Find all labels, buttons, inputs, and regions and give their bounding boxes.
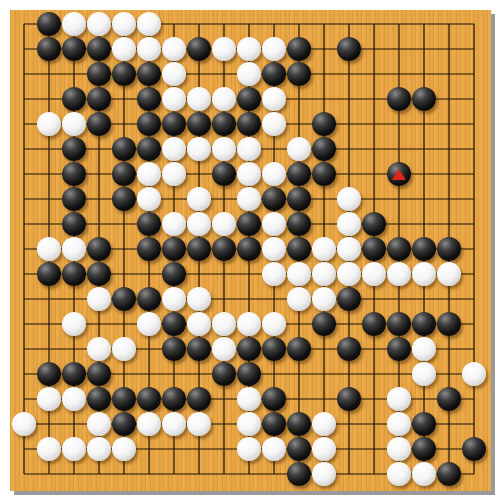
last-move-marker-icon xyxy=(392,169,406,180)
black-stone xyxy=(337,387,361,411)
black-stone xyxy=(112,62,136,86)
black-stone xyxy=(287,462,311,486)
black-stone xyxy=(162,237,186,261)
page-background: { "game": "go", "board_size": 19, "style… xyxy=(0,0,500,500)
black-stone xyxy=(287,437,311,461)
black-stone xyxy=(137,287,161,311)
white-stone xyxy=(287,137,311,161)
black-stone xyxy=(137,87,161,111)
white-stone xyxy=(137,162,161,186)
black-stone xyxy=(212,237,236,261)
white-stone xyxy=(212,312,236,336)
black-stone xyxy=(212,112,236,136)
white-stone xyxy=(237,62,261,86)
black-stone xyxy=(287,337,311,361)
white-stone xyxy=(237,162,261,186)
white-stone xyxy=(212,37,236,61)
white-stone xyxy=(87,412,111,436)
black-stone xyxy=(237,362,261,386)
white-stone xyxy=(37,437,61,461)
black-stone xyxy=(262,412,286,436)
white-stone xyxy=(187,412,211,436)
white-stone xyxy=(312,437,336,461)
black-stone xyxy=(437,312,461,336)
white-stone xyxy=(162,62,186,86)
black-stone xyxy=(287,37,311,61)
white-stone xyxy=(262,237,286,261)
black-stone xyxy=(37,12,61,36)
black-stone xyxy=(412,87,436,111)
black-stone xyxy=(362,212,386,236)
black-stone xyxy=(187,37,211,61)
white-stone xyxy=(262,37,286,61)
white-stone xyxy=(187,137,211,161)
white-stone xyxy=(162,162,186,186)
black-stone xyxy=(312,112,336,136)
white-stone xyxy=(87,437,111,461)
white-stone xyxy=(237,387,261,411)
white-stone xyxy=(262,212,286,236)
white-stone xyxy=(287,262,311,286)
black-stone xyxy=(37,37,61,61)
white-stone xyxy=(137,412,161,436)
black-stone xyxy=(187,337,211,361)
white-stone xyxy=(237,137,261,161)
white-stone xyxy=(62,237,86,261)
black-stone xyxy=(187,387,211,411)
white-stone xyxy=(337,212,361,236)
white-stone xyxy=(62,12,86,36)
black-stone xyxy=(112,387,136,411)
black-stone xyxy=(387,237,411,261)
black-stone xyxy=(412,437,436,461)
go-board[interactable] xyxy=(10,10,491,491)
white-stone xyxy=(237,312,261,336)
black-stone xyxy=(62,87,86,111)
white-stone xyxy=(187,87,211,111)
white-stone xyxy=(337,187,361,211)
black-stone xyxy=(162,312,186,336)
black-stone xyxy=(337,37,361,61)
black-stone xyxy=(287,212,311,236)
black-stone xyxy=(62,362,86,386)
black-stone xyxy=(412,237,436,261)
black-stone xyxy=(187,237,211,261)
black-stone xyxy=(162,337,186,361)
white-stone xyxy=(112,37,136,61)
white-stone xyxy=(87,287,111,311)
black-stone xyxy=(62,162,86,186)
black-stone xyxy=(437,462,461,486)
black-stone xyxy=(287,237,311,261)
black-stone xyxy=(212,362,236,386)
white-stone xyxy=(462,362,486,386)
black-stone xyxy=(312,162,336,186)
white-stone xyxy=(162,87,186,111)
white-stone xyxy=(237,37,261,61)
black-stone xyxy=(337,337,361,361)
black-stone xyxy=(312,312,336,336)
black-stone xyxy=(287,62,311,86)
black-stone xyxy=(112,162,136,186)
black-stone xyxy=(362,237,386,261)
white-stone xyxy=(37,387,61,411)
white-stone xyxy=(187,287,211,311)
white-stone xyxy=(112,337,136,361)
black-stone xyxy=(262,62,286,86)
black-stone xyxy=(87,387,111,411)
black-stone xyxy=(137,137,161,161)
black-stone xyxy=(62,37,86,61)
white-stone xyxy=(237,187,261,211)
black-stone xyxy=(237,237,261,261)
black-stone xyxy=(287,412,311,436)
white-stone xyxy=(262,112,286,136)
black-stone xyxy=(262,387,286,411)
white-stone xyxy=(337,237,361,261)
white-stone xyxy=(162,412,186,436)
black-stone xyxy=(137,237,161,261)
black-stone xyxy=(62,187,86,211)
white-stone xyxy=(62,312,86,336)
black-stone xyxy=(162,387,186,411)
black-stone xyxy=(112,187,136,211)
black-stone xyxy=(462,437,486,461)
black-stone xyxy=(87,262,111,286)
white-stone xyxy=(87,337,111,361)
white-stone xyxy=(237,412,261,436)
black-stone xyxy=(137,212,161,236)
black-stone xyxy=(62,262,86,286)
white-stone xyxy=(137,187,161,211)
black-stone xyxy=(112,287,136,311)
white-stone xyxy=(387,437,411,461)
black-stone xyxy=(312,137,336,161)
black-stone xyxy=(37,262,61,286)
white-stone xyxy=(112,437,136,461)
white-stone xyxy=(212,337,236,361)
white-stone xyxy=(137,37,161,61)
black-stone xyxy=(162,262,186,286)
white-stone xyxy=(37,112,61,136)
white-stone xyxy=(312,287,336,311)
white-stone xyxy=(62,112,86,136)
black-stone xyxy=(387,312,411,336)
black-stone xyxy=(87,362,111,386)
white-stone xyxy=(262,87,286,111)
white-stone xyxy=(412,362,436,386)
white-stone xyxy=(412,462,436,486)
white-stone xyxy=(187,212,211,236)
black-stone xyxy=(437,237,461,261)
black-stone xyxy=(62,212,86,236)
white-stone xyxy=(437,262,461,286)
white-stone xyxy=(387,412,411,436)
black-stone xyxy=(262,337,286,361)
black-stone xyxy=(212,162,236,186)
white-stone xyxy=(212,137,236,161)
white-stone xyxy=(12,412,36,436)
black-stone xyxy=(387,337,411,361)
white-stone xyxy=(412,262,436,286)
black-stone xyxy=(87,87,111,111)
black-stone xyxy=(337,287,361,311)
black-stone xyxy=(62,137,86,161)
white-stone xyxy=(62,437,86,461)
white-stone xyxy=(262,262,286,286)
black-stone xyxy=(137,112,161,136)
black-stone xyxy=(187,112,211,136)
black-stone xyxy=(237,112,261,136)
black-stone xyxy=(387,87,411,111)
white-stone xyxy=(312,462,336,486)
black-stone xyxy=(112,412,136,436)
white-stone xyxy=(62,387,86,411)
white-stone xyxy=(312,412,336,436)
white-stone xyxy=(137,12,161,36)
white-stone xyxy=(187,187,211,211)
white-stone xyxy=(287,287,311,311)
white-stone xyxy=(37,237,61,261)
white-stone xyxy=(312,237,336,261)
white-stone xyxy=(237,437,261,461)
white-stone xyxy=(387,462,411,486)
black-stone xyxy=(412,312,436,336)
white-stone xyxy=(262,312,286,336)
white-stone xyxy=(312,262,336,286)
black-stone xyxy=(37,362,61,386)
black-stone xyxy=(362,312,386,336)
black-stone xyxy=(437,387,461,411)
white-stone xyxy=(112,12,136,36)
white-stone xyxy=(362,262,386,286)
black-stone xyxy=(137,62,161,86)
black-stone xyxy=(412,412,436,436)
black-stone xyxy=(237,212,261,236)
white-stone xyxy=(162,37,186,61)
white-stone xyxy=(412,337,436,361)
black-stone xyxy=(162,112,186,136)
white-stone xyxy=(212,87,236,111)
black-stone xyxy=(87,37,111,61)
white-stone xyxy=(87,12,111,36)
white-stone xyxy=(262,437,286,461)
black-stone xyxy=(87,62,111,86)
black-stone xyxy=(137,387,161,411)
black-stone xyxy=(87,112,111,136)
white-stone xyxy=(162,287,186,311)
white-stone xyxy=(387,387,411,411)
black-stone xyxy=(262,187,286,211)
white-stone xyxy=(137,312,161,336)
black-stone xyxy=(387,162,411,186)
white-stone xyxy=(162,137,186,161)
white-stone xyxy=(387,262,411,286)
black-stone xyxy=(237,87,261,111)
black-stone xyxy=(287,162,311,186)
black-stone xyxy=(287,187,311,211)
white-stone xyxy=(262,162,286,186)
black-stone xyxy=(87,237,111,261)
white-stone xyxy=(337,262,361,286)
black-stone xyxy=(237,337,261,361)
white-stone xyxy=(162,212,186,236)
white-stone xyxy=(212,212,236,236)
black-stone xyxy=(112,137,136,161)
white-stone xyxy=(187,312,211,336)
